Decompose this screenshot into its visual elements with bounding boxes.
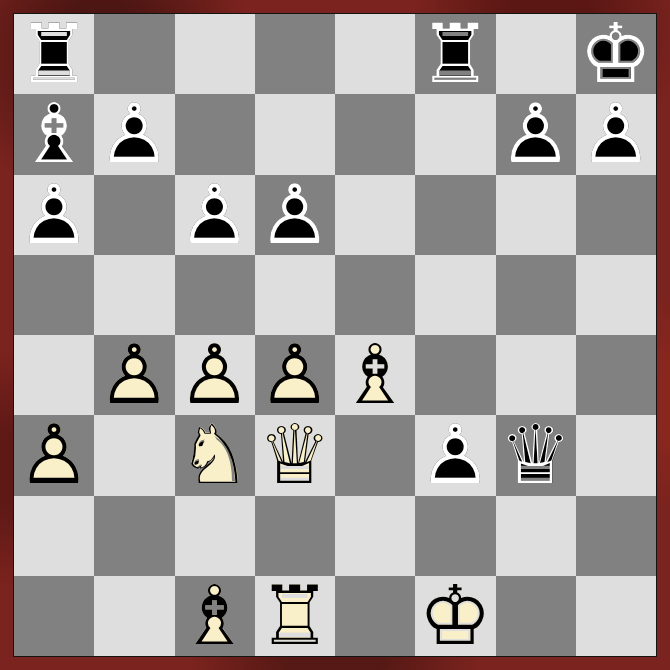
square-g8[interactable] — [496, 14, 576, 94]
piece-black-bishop[interactable]: ♝ — [14, 94, 94, 174]
square-a7[interactable]: ♝♗ — [14, 94, 94, 174]
square-h1[interactable] — [576, 576, 656, 656]
piece-white-pawn-detail: ♙ — [14, 415, 94, 495]
square-f3[interactable]: ♟♙ — [415, 415, 495, 495]
square-c8[interactable] — [175, 14, 255, 94]
square-d6[interactable]: ♟♙ — [255, 175, 335, 255]
square-d1[interactable]: ♜♖ — [255, 576, 335, 656]
square-c2[interactable] — [175, 496, 255, 576]
square-g4[interactable] — [496, 335, 576, 415]
square-g1[interactable] — [496, 576, 576, 656]
piece-white-bishop-detail: ♗ — [175, 576, 255, 656]
piece-white-queen-detail: ♕ — [255, 415, 335, 495]
square-a4[interactable] — [14, 335, 94, 415]
piece-black-queen-detail: ♕ — [496, 415, 576, 495]
piece-black-bishop-detail: ♗ — [14, 94, 94, 174]
piece-black-pawn-detail: ♙ — [415, 415, 495, 495]
square-b1[interactable] — [94, 576, 174, 656]
square-e5[interactable] — [335, 255, 415, 335]
square-h6[interactable] — [576, 175, 656, 255]
square-h5[interactable] — [576, 255, 656, 335]
board-frame: ♜♖♜♖♚♔♝♗♟♙♟♙♟♙♟♙♟♙♟♙♟♙♟♙♟♙♝♗♟♙♞♘♛♕♟♙♛♕♝♗… — [0, 0, 670, 670]
square-c5[interactable] — [175, 255, 255, 335]
piece-white-pawn[interactable]: ♟ — [14, 415, 94, 495]
square-a6[interactable]: ♟♙ — [14, 175, 94, 255]
square-e7[interactable] — [335, 94, 415, 174]
square-d2[interactable] — [255, 496, 335, 576]
square-c1[interactable]: ♝♗ — [175, 576, 255, 656]
piece-white-pawn[interactable]: ♟ — [94, 335, 174, 415]
piece-white-pawn-detail: ♙ — [175, 335, 255, 415]
square-h3[interactable] — [576, 415, 656, 495]
square-c4[interactable]: ♟♙ — [175, 335, 255, 415]
square-d7[interactable] — [255, 94, 335, 174]
piece-black-pawn[interactable]: ♟ — [255, 175, 335, 255]
square-d3[interactable]: ♛♕ — [255, 415, 335, 495]
square-c3[interactable]: ♞♘ — [175, 415, 255, 495]
square-b7[interactable]: ♟♙ — [94, 94, 174, 174]
piece-white-bishop-detail: ♗ — [335, 335, 415, 415]
square-e6[interactable] — [335, 175, 415, 255]
square-f2[interactable] — [415, 496, 495, 576]
piece-white-pawn-detail: ♙ — [255, 335, 335, 415]
square-d4[interactable]: ♟♙ — [255, 335, 335, 415]
square-d8[interactable] — [255, 14, 335, 94]
square-c6[interactable]: ♟♙ — [175, 175, 255, 255]
piece-black-pawn[interactable]: ♟ — [175, 175, 255, 255]
piece-white-knight[interactable]: ♞ — [175, 415, 255, 495]
square-f6[interactable] — [415, 175, 495, 255]
square-b3[interactable] — [94, 415, 174, 495]
piece-black-pawn-detail: ♙ — [576, 94, 656, 174]
square-b4[interactable]: ♟♙ — [94, 335, 174, 415]
piece-white-rook[interactable]: ♜ — [255, 576, 335, 656]
square-b6[interactable] — [94, 175, 174, 255]
square-e1[interactable] — [335, 576, 415, 656]
square-e4[interactable]: ♝♗ — [335, 335, 415, 415]
square-g5[interactable] — [496, 255, 576, 335]
piece-black-pawn[interactable]: ♟ — [576, 94, 656, 174]
square-a3[interactable]: ♟♙ — [14, 415, 94, 495]
square-c7[interactable] — [175, 94, 255, 174]
square-a8[interactable]: ♜♖ — [14, 14, 94, 94]
square-f8[interactable]: ♜♖ — [415, 14, 495, 94]
piece-black-pawn[interactable]: ♟ — [94, 94, 174, 174]
piece-white-king[interactable]: ♚ — [415, 576, 495, 656]
square-h2[interactable] — [576, 496, 656, 576]
piece-black-rook-detail: ♖ — [14, 14, 94, 94]
piece-black-rook-detail: ♖ — [415, 14, 495, 94]
square-f7[interactable] — [415, 94, 495, 174]
piece-black-queen[interactable]: ♛ — [496, 415, 576, 495]
piece-white-king-detail: ♔ — [415, 576, 495, 656]
square-b8[interactable] — [94, 14, 174, 94]
square-e3[interactable] — [335, 415, 415, 495]
square-e8[interactable] — [335, 14, 415, 94]
piece-white-queen[interactable]: ♛ — [255, 415, 335, 495]
piece-black-pawn-detail: ♙ — [94, 94, 174, 174]
chess-board: ♜♖♜♖♚♔♝♗♟♙♟♙♟♙♟♙♟♙♟♙♟♙♟♙♟♙♝♗♟♙♞♘♛♕♟♙♛♕♝♗… — [13, 13, 657, 657]
piece-black-rook[interactable]: ♜ — [14, 14, 94, 94]
piece-black-pawn-detail: ♙ — [175, 175, 255, 255]
piece-black-rook[interactable]: ♜ — [415, 14, 495, 94]
square-b2[interactable] — [94, 496, 174, 576]
piece-black-pawn-detail: ♙ — [14, 175, 94, 255]
square-h4[interactable] — [576, 335, 656, 415]
piece-black-king[interactable]: ♚ — [576, 14, 656, 94]
piece-black-pawn-detail: ♙ — [255, 175, 335, 255]
square-g2[interactable] — [496, 496, 576, 576]
piece-white-pawn[interactable]: ♟ — [255, 335, 335, 415]
square-f1[interactable]: ♚♔ — [415, 576, 495, 656]
square-a2[interactable] — [14, 496, 94, 576]
piece-white-knight-detail: ♘ — [175, 415, 255, 495]
piece-black-pawn[interactable]: ♟ — [415, 415, 495, 495]
piece-white-rook-detail: ♖ — [255, 576, 335, 656]
piece-black-pawn-detail: ♙ — [496, 94, 576, 174]
square-b5[interactable] — [94, 255, 174, 335]
piece-white-pawn[interactable]: ♟ — [175, 335, 255, 415]
square-g7[interactable]: ♟♙ — [496, 94, 576, 174]
square-h8[interactable]: ♚♔ — [576, 14, 656, 94]
piece-black-pawn[interactable]: ♟ — [14, 175, 94, 255]
piece-white-pawn-detail: ♙ — [94, 335, 174, 415]
piece-white-bishop[interactable]: ♝ — [175, 576, 255, 656]
square-g3[interactable]: ♛♕ — [496, 415, 576, 495]
square-e2[interactable] — [335, 496, 415, 576]
square-a5[interactable] — [14, 255, 94, 335]
piece-white-bishop[interactable]: ♝ — [335, 335, 415, 415]
square-g6[interactable] — [496, 175, 576, 255]
square-h7[interactable]: ♟♙ — [576, 94, 656, 174]
piece-black-king-detail: ♔ — [576, 14, 656, 94]
piece-black-pawn[interactable]: ♟ — [496, 94, 576, 174]
square-a1[interactable] — [14, 576, 94, 656]
square-f4[interactable] — [415, 335, 495, 415]
square-f5[interactable] — [415, 255, 495, 335]
square-d5[interactable] — [255, 255, 335, 335]
